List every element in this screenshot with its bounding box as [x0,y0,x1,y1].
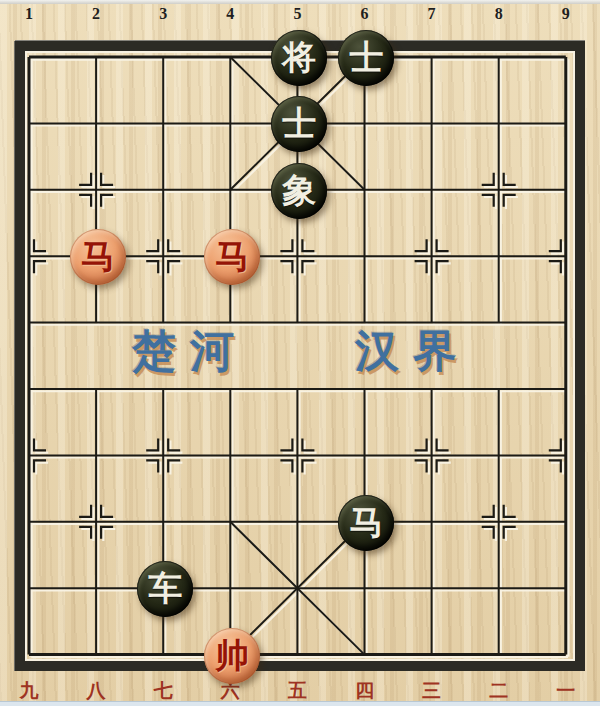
top-file-label-7: 7 [421,5,443,23]
top-file-label-4: 4 [219,5,241,23]
piece-glyph-black-elephant: 象 [282,174,316,208]
piece-glyph-black-general: 将 [282,41,316,75]
bottom-edge-strip [0,701,600,706]
xiangqi-board-screen: 楚河 汉界 123456789 九八七六五四三二一 将士士象马马马车帅 [0,0,600,706]
piece-red-horse-2[interactable]: 马 [204,229,260,285]
piece-glyph-red-horse-1: 马 [81,240,115,274]
piece-glyph-black-advisor-1: 士 [349,41,383,75]
piece-black-chariot[interactable]: 车 [137,561,193,617]
piece-glyph-black-horse: 马 [349,506,383,540]
top-file-label-5: 5 [286,5,308,23]
piece-glyph-red-horse-2: 马 [215,240,249,274]
piece-glyph-red-general: 帅 [215,639,249,673]
piece-black-advisor-2[interactable]: 士 [271,96,327,152]
piece-glyph-black-advisor-2: 士 [282,107,316,141]
top-file-label-9: 9 [555,5,577,23]
top-file-label-8: 8 [488,5,510,23]
top-file-label-2: 2 [85,5,107,23]
piece-red-horse-1[interactable]: 马 [70,229,126,285]
piece-black-advisor-1[interactable]: 士 [338,30,394,86]
piece-black-general[interactable]: 将 [271,30,327,86]
top-file-label-1: 1 [18,5,40,23]
board[interactable]: 将士士象马马马车帅 [0,24,599,688]
piece-red-general[interactable]: 帅 [204,628,260,684]
piece-black-elephant[interactable]: 象 [271,163,327,219]
piece-black-horse[interactable]: 马 [338,495,394,551]
piece-glyph-black-chariot: 车 [148,572,182,606]
top-file-label-6: 6 [354,5,376,23]
top-file-label-3: 3 [152,5,174,23]
